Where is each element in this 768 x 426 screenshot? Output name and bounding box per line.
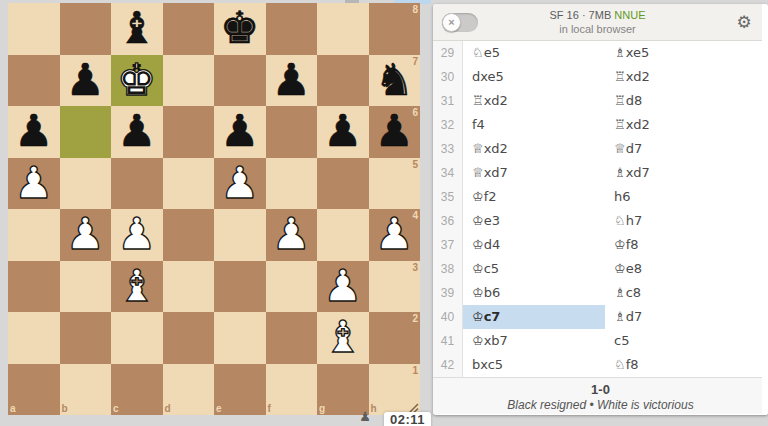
move-number: 38 [433, 257, 463, 281]
move-number: 40 [433, 305, 463, 329]
square-e1[interactable]: e [214, 364, 266, 416]
move-38-black[interactable]: ♔e8 [605, 257, 768, 281]
square-b2[interactable] [60, 312, 112, 364]
move-row-33: 33♕xd2♕d7 [433, 137, 768, 161]
move-number: 35 [433, 185, 463, 209]
square-a4[interactable] [8, 209, 60, 261]
move-30-white[interactable]: dxe5 [463, 65, 605, 89]
move-row-35: 35♔f2h6 [433, 185, 768, 209]
piece-black-pawn[interactable]: ♟ [8, 106, 60, 158]
rank-label-7: 7 [412, 57, 418, 67]
rank-label-8: 8 [412, 5, 418, 15]
square-e2[interactable] [214, 312, 266, 364]
square-d4[interactable] [163, 209, 215, 261]
move-number: 33 [433, 137, 463, 161]
square-g4[interactable] [317, 209, 369, 261]
move-39-white[interactable]: ♔b6 [463, 281, 605, 305]
move-row-39: 39♔b6♗c8 [433, 281, 768, 305]
piece-black-pawn[interactable]: ♟ [60, 55, 112, 107]
move-35-black[interactable]: h6 [605, 185, 768, 209]
rank-label-3: 3 [412, 263, 418, 273]
move-row-41: 41♔xb7c5 [433, 329, 768, 353]
move-31-black[interactable]: ♖d8 [605, 89, 768, 113]
move-38-white[interactable]: ♔c5 [463, 257, 605, 281]
move-number: 31 [433, 89, 463, 113]
square-h3[interactable]: 3 [369, 261, 421, 313]
square-b3[interactable] [60, 261, 112, 313]
engine-info: SF 16 · 7MB NNUE in local browser [433, 4, 762, 36]
move-row-31: 31♖xd2♖d8 [433, 89, 768, 113]
square-a1[interactable]: a [8, 364, 60, 416]
square-b8[interactable] [60, 3, 112, 55]
piece-white-pawn[interactable]: ♟ [111, 209, 163, 261]
square-h2[interactable]: 2 [369, 312, 421, 364]
square-d3[interactable] [163, 261, 215, 313]
square-e3[interactable] [214, 261, 266, 313]
engine-header: × SF 16 · 7MB NNUE in local browser ⚙ [433, 4, 762, 41]
file-label-f: f [268, 404, 271, 414]
move-row-32: 32f4♖xd2 [433, 113, 768, 137]
square-f6[interactable] [266, 106, 318, 158]
piece-white-pawn[interactable]: ♟ [214, 158, 266, 210]
move-33-black[interactable]: ♕d7 [605, 137, 768, 161]
square-e5[interactable]: ♟ [214, 158, 266, 210]
square-e7[interactable] [214, 55, 266, 107]
result-message: Black resigned • White is victorious [433, 398, 768, 413]
move-row-34: 34♕xd7♗xd7 [433, 161, 768, 185]
move-31-white[interactable]: ♖xd2 [463, 89, 605, 113]
move-32-white[interactable]: f4 [463, 113, 605, 137]
square-a8[interactable] [8, 3, 60, 55]
square-f1[interactable]: f [266, 364, 318, 416]
move-33-white[interactable]: ♕xd2 [463, 137, 605, 161]
square-b6[interactable] [60, 106, 112, 158]
file-label-c: c [113, 404, 119, 414]
piece-white-pawn[interactable]: ♟ [60, 209, 112, 261]
scrollbar-track[interactable] [762, 4, 768, 415]
result-score: 1-0 [433, 381, 768, 398]
square-c1[interactable]: c [111, 364, 163, 416]
gear-icon[interactable]: ⚙ [734, 12, 754, 32]
move-41-white[interactable]: ♔xb7 [463, 329, 605, 353]
square-f4[interactable]: ♟ [266, 209, 318, 261]
square-g8[interactable] [317, 3, 369, 55]
move-30-black[interactable]: ♖xd2 [605, 65, 768, 89]
rank-label-4: 4 [412, 211, 418, 221]
square-c7[interactable]: ♚ [111, 55, 163, 107]
move-29-white[interactable]: ♘e5 [463, 41, 605, 65]
move-row-37: 37♔d4♔f8 [433, 233, 768, 257]
square-d6[interactable] [163, 106, 215, 158]
square-a6[interactable]: ♟ [8, 106, 60, 158]
piece-white-pawn[interactable]: ♟ [8, 158, 60, 210]
move-row-29: 29♘e5♗xe5 [433, 41, 768, 65]
square-h8[interactable]: 8 [369, 3, 421, 55]
move-number: 34 [433, 161, 463, 185]
square-g2[interactable]: ♝ [317, 312, 369, 364]
square-g3[interactable]: ♟ [317, 261, 369, 313]
move-number: 30 [433, 65, 463, 89]
move-41-black[interactable]: c5 [605, 329, 768, 353]
move-32-black[interactable]: ♖xd2 [605, 113, 768, 137]
move-number: 41 [433, 329, 463, 353]
square-g5[interactable] [317, 158, 369, 210]
square-b4[interactable]: ♟ [60, 209, 112, 261]
square-e6[interactable]: ♟ [214, 106, 266, 158]
square-h4[interactable]: ♟4 [369, 209, 421, 261]
piece-white-pawn[interactable]: ♟ [266, 209, 318, 261]
chess-board[interactable]: ♝♚8♟♚♟♞7♟♟♟♟♟6♟♟5♟♟♟♟4♝♟3♝2abcdefg1h [8, 3, 420, 415]
engine-toggle[interactable]: × [442, 13, 478, 32]
engine-nnue-badge: NNUE [614, 9, 645, 21]
analysis-panel: × SF 16 · 7MB NNUE in local browser ⚙ 29… [433, 4, 768, 415]
move-number: 29 [433, 41, 463, 65]
file-label-a: a [10, 404, 16, 414]
chess-board-wrap: ♝♚8♟♚♟♞7♟♟♟♟♟6♟♟5♟♟♟♟4♝♟3♝2abcdefg1h [8, 3, 420, 415]
square-b1[interactable]: b [60, 364, 112, 416]
file-label-e: e [216, 404, 222, 414]
piece-black-pawn[interactable]: ♟ [214, 106, 266, 158]
square-f2[interactable] [266, 312, 318, 364]
move-36-white[interactable]: ♔e3 [463, 209, 605, 233]
square-c2[interactable] [111, 312, 163, 364]
square-g6[interactable]: ♟ [317, 106, 369, 158]
turn-pawn-icon: ♟ [358, 410, 372, 424]
square-c6[interactable]: ♟ [111, 106, 163, 158]
engine-title: SF 16 · 7MB [550, 9, 612, 21]
move-35-white[interactable]: ♔f2 [463, 185, 605, 209]
square-h5[interactable]: 5 [369, 158, 421, 210]
piece-black-pawn[interactable]: ♟ [111, 106, 163, 158]
rank-label-6: 6 [412, 108, 418, 118]
move-number: 42 [433, 353, 463, 377]
square-d7[interactable] [163, 55, 215, 107]
piece-black-pawn[interactable]: ♟ [317, 106, 369, 158]
square-c3[interactable]: ♝ [111, 261, 163, 313]
piece-white-pawn[interactable]: ♟ [317, 261, 369, 313]
move-34-black[interactable]: ♗xd7 [605, 161, 768, 185]
move-number: 36 [433, 209, 463, 233]
move-row-30: 30dxe5♖xd2 [433, 65, 768, 89]
square-e4[interactable] [214, 209, 266, 261]
square-c4[interactable]: ♟ [111, 209, 163, 261]
move-42-white[interactable]: bxc5 [463, 353, 605, 377]
piece-white-king[interactable]: ♚ [111, 55, 163, 107]
move-40-black[interactable]: ♗d7 [605, 305, 768, 329]
game-result: 1-0 Black resigned • White is victorious [433, 377, 768, 414]
move-number: 39 [433, 281, 463, 305]
toggle-off-icon[interactable]: × [442, 13, 461, 32]
square-e8[interactable]: ♚ [214, 3, 266, 55]
move-40-white[interactable]: ♔c7 [463, 305, 605, 329]
piece-white-bishop[interactable]: ♝ [111, 261, 163, 313]
square-d8[interactable] [163, 3, 215, 55]
white-clock: 02:11 [384, 412, 431, 426]
move-37-white[interactable]: ♔d4 [463, 233, 605, 257]
square-h7[interactable]: ♞7 [369, 55, 421, 107]
move-number: 32 [433, 113, 463, 137]
square-g7[interactable] [317, 55, 369, 107]
engine-name: SF 16 · 7MB NNUE [433, 8, 762, 22]
square-h6[interactable]: ♟6 [369, 106, 421, 158]
move-36-black[interactable]: ♘h7 [605, 209, 768, 233]
square-c5[interactable] [111, 158, 163, 210]
move-row-38: 38♔c5♔e8 [433, 257, 768, 281]
square-c8[interactable]: ♝ [111, 3, 163, 55]
move-42-black[interactable]: ♘f8 [605, 353, 768, 377]
move-number: 37 [433, 233, 463, 257]
engine-subtitle: in local browser [433, 22, 762, 36]
move-row-40: 40♔c7♗d7 [433, 305, 768, 329]
piece-black-pawn[interactable]: ♟ [266, 55, 318, 107]
square-a3[interactable] [8, 261, 60, 313]
rank-label-2: 2 [412, 314, 418, 324]
square-f8[interactable] [266, 3, 318, 55]
move-list: 29♘e5♗xe530dxe5♖xd231♖xd2♖d832f4♖xd233♕x… [433, 41, 768, 377]
square-g1[interactable]: g [317, 364, 369, 416]
square-b5[interactable] [60, 158, 112, 210]
move-37-black[interactable]: ♔f8 [605, 233, 768, 257]
square-f3[interactable] [266, 261, 318, 313]
move-29-black[interactable]: ♗xe5 [605, 41, 768, 65]
file-label-b: b [62, 404, 68, 414]
square-a7[interactable] [8, 55, 60, 107]
piece-black-bishop[interactable]: ♝ [111, 3, 163, 55]
page: ♝♚8♟♚♟♞7♟♟♟♟♟6♟♟5♟♟♟♟4♝♟3♝2abcdefg1h ♟ 0… [0, 0, 768, 426]
square-f5[interactable] [266, 158, 318, 210]
rank-label-5: 5 [412, 160, 418, 170]
square-d5[interactable] [163, 158, 215, 210]
square-a5[interactable]: ♟ [8, 158, 60, 210]
move-34-white[interactable]: ♕xd7 [463, 161, 605, 185]
file-label-g: g [319, 404, 325, 414]
square-d2[interactable] [163, 312, 215, 364]
move-row-36: 36♔e3♘h7 [433, 209, 768, 233]
rank-label-1: 1 [412, 366, 418, 376]
square-b7[interactable]: ♟ [60, 55, 112, 107]
piece-black-king[interactable]: ♚ [214, 3, 266, 55]
move-39-black[interactable]: ♗c8 [605, 281, 768, 305]
square-f7[interactable]: ♟ [266, 55, 318, 107]
square-a2[interactable] [8, 312, 60, 364]
square-d1[interactable]: d [163, 364, 215, 416]
piece-white-bishop[interactable]: ♝ [317, 312, 369, 364]
move-row-42: 42bxc5♘f8 [433, 353, 768, 377]
file-label-d: d [165, 404, 171, 414]
